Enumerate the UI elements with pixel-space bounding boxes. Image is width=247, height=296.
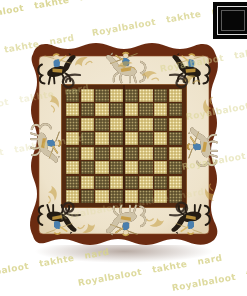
horseman-painting-bottom-center	[98, 204, 150, 238]
gold-floral-swirl	[71, 52, 95, 70]
chess-board	[28, 38, 220, 250]
gold-floral-swirl	[75, 220, 99, 238]
black-smoke-curl	[168, 200, 194, 218]
brand-logo-emblem	[213, 2, 247, 39]
gold-floral-swirl	[115, 57, 139, 74]
black-smoke-curl	[56, 200, 82, 218]
gold-floral-swirl	[139, 65, 164, 84]
black-smoke-curl	[56, 72, 82, 90]
gold-floral-swirl	[143, 215, 166, 231]
watermark-text: Royalbaloot takhte nard	[0, 0, 105, 24]
gold-floral-swirl	[46, 91, 64, 115]
horseman-painting-top-center	[98, 50, 150, 84]
horseman-painting-top-left	[33, 49, 86, 87]
gold-floral-swirl	[197, 93, 216, 118]
logo-inner-frame-2	[221, 10, 245, 31]
horseman-painting-top-right	[163, 49, 216, 87]
black-smoke-curl	[168, 72, 194, 90]
product-photo: Royalbaloot takhte nardRoyalbaloot takht…	[0, 0, 247, 296]
horseman-painting-bottom-right	[164, 203, 214, 237]
horseman-painting-middle-left	[29, 120, 63, 170]
gold-floral-swirl	[44, 183, 62, 207]
gold-floral-swirl	[200, 181, 218, 205]
gold-floral-swirl	[180, 72, 202, 86]
horseman-painting-bottom-left	[34, 203, 84, 237]
board-fold-seam	[123, 85, 125, 207]
horseman-painting-middle-right	[185, 120, 219, 170]
